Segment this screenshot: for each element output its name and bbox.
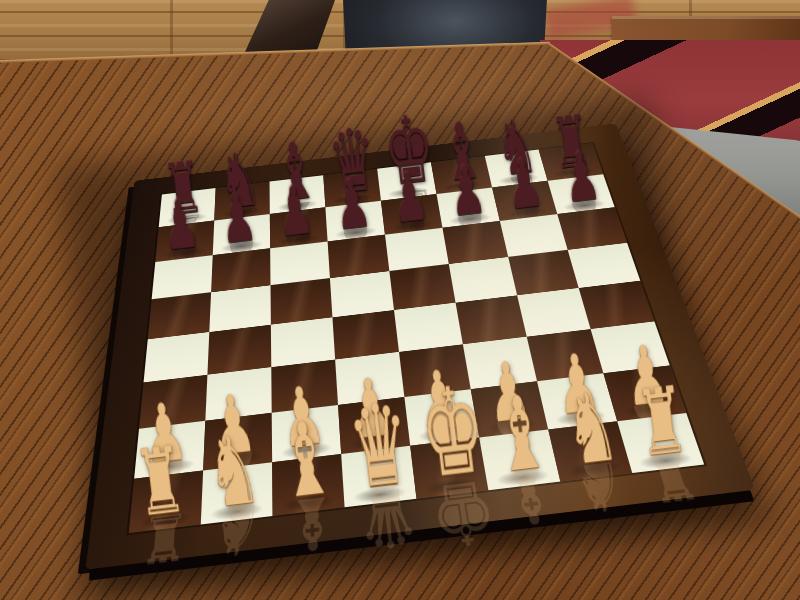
black-pawn-g7[interactable]: ♟ (501, 148, 547, 219)
white-knight-g1[interactable]: ♞ (560, 377, 619, 478)
square-b5[interactable] (209, 285, 271, 332)
square-b1[interactable]: ♞♞ (201, 462, 273, 524)
square-a1[interactable]: ♜♜ (129, 471, 203, 534)
square-c4[interactable] (271, 317, 335, 367)
white-king-e1[interactable]: ♚ (414, 372, 475, 497)
black-pawn-h7[interactable]: ♟ (559, 141, 605, 212)
black-pawn-c7[interactable]: ♟ (272, 176, 318, 247)
board-perspective-wrapper: ♜♜♞♞♝♝♛♛♚♚♝♝♞♞♜♜♟♟♟♟♟♟♟♟♟♟♟♟♟♟♟♟♟♟♟♟♟♟♟♟… (85, 123, 755, 569)
black-pawn-d7[interactable]: ♟ (329, 169, 375, 240)
board-tilt-wrapper: ♜♜♞♞♝♝♛♛♚♚♝♝♞♞♜♜♟♟♟♟♟♟♟♟♟♟♟♟♟♟♟♟♟♟♟♟♟♟♟♟… (81, 0, 708, 600)
square-g1[interactable]: ♞♞ (548, 421, 632, 481)
square-e1[interactable]: ♚♚ (410, 438, 488, 499)
square-g5[interactable] (508, 250, 578, 296)
square-f1[interactable]: ♝♝ (479, 429, 560, 490)
square-c5[interactable] (271, 278, 333, 325)
square-g4[interactable] (517, 288, 590, 337)
white-rook-a1[interactable]: ♜ (131, 434, 189, 530)
square-h6[interactable] (557, 207, 627, 250)
square-d5[interactable] (330, 271, 394, 317)
black-pawn-a7[interactable]: ♟ (158, 189, 204, 260)
square-h4[interactable] (579, 281, 655, 329)
board-grid: ♜♜♞♞♝♝♛♛♚♚♝♝♞♞♜♜♟♟♟♟♟♟♟♟♟♟♟♟♟♟♟♟♟♟♟♟♟♟♟♟… (129, 143, 704, 533)
square-e4[interactable] (394, 303, 463, 352)
square-a5[interactable] (148, 292, 211, 339)
chessboard: ♜♜♞♞♝♝♛♛♚♚♝♝♞♞♜♜♟♟♟♟♟♟♟♟♟♟♟♟♟♟♟♟♟♟♟♟♟♟♟♟… (112, 28, 676, 592)
white-bishop-c1[interactable]: ♝ (273, 406, 332, 513)
square-f5[interactable] (449, 257, 517, 303)
square-d4[interactable] (332, 310, 399, 360)
square-h1[interactable]: ♜♜ (617, 413, 704, 473)
white-queen-d1[interactable]: ♛ (344, 388, 405, 505)
white-bishop-f1[interactable]: ♝ (488, 381, 547, 488)
board-frame: ♜♜♞♞♝♝♛♛♚♚♝♝♞♞♜♜♟♟♟♟♟♟♟♟♟♟♟♟♟♟♟♟♟♟♟♟♟♟♟♟… (85, 123, 755, 569)
square-b4[interactable] (207, 325, 271, 375)
square-c1[interactable]: ♝♝ (272, 454, 344, 516)
black-pawn-e7[interactable]: ♟ (387, 162, 433, 233)
square-d1[interactable]: ♛♛ (341, 446, 416, 507)
photo-scene: ♜♜♞♞♝♝♛♛♚♚♝♝♞♞♜♜♟♟♟♟♟♟♟♟♟♟♟♟♟♟♟♟♟♟♟♟♟♟♟♟… (0, 0, 800, 600)
black-pawn-b7[interactable]: ♟ (215, 182, 261, 253)
white-rook-h1[interactable]: ♜ (633, 374, 691, 470)
square-f4[interactable] (456, 295, 527, 344)
white-knight-b1[interactable]: ♞ (202, 420, 261, 521)
black-pawn-f7[interactable]: ♟ (444, 155, 490, 226)
